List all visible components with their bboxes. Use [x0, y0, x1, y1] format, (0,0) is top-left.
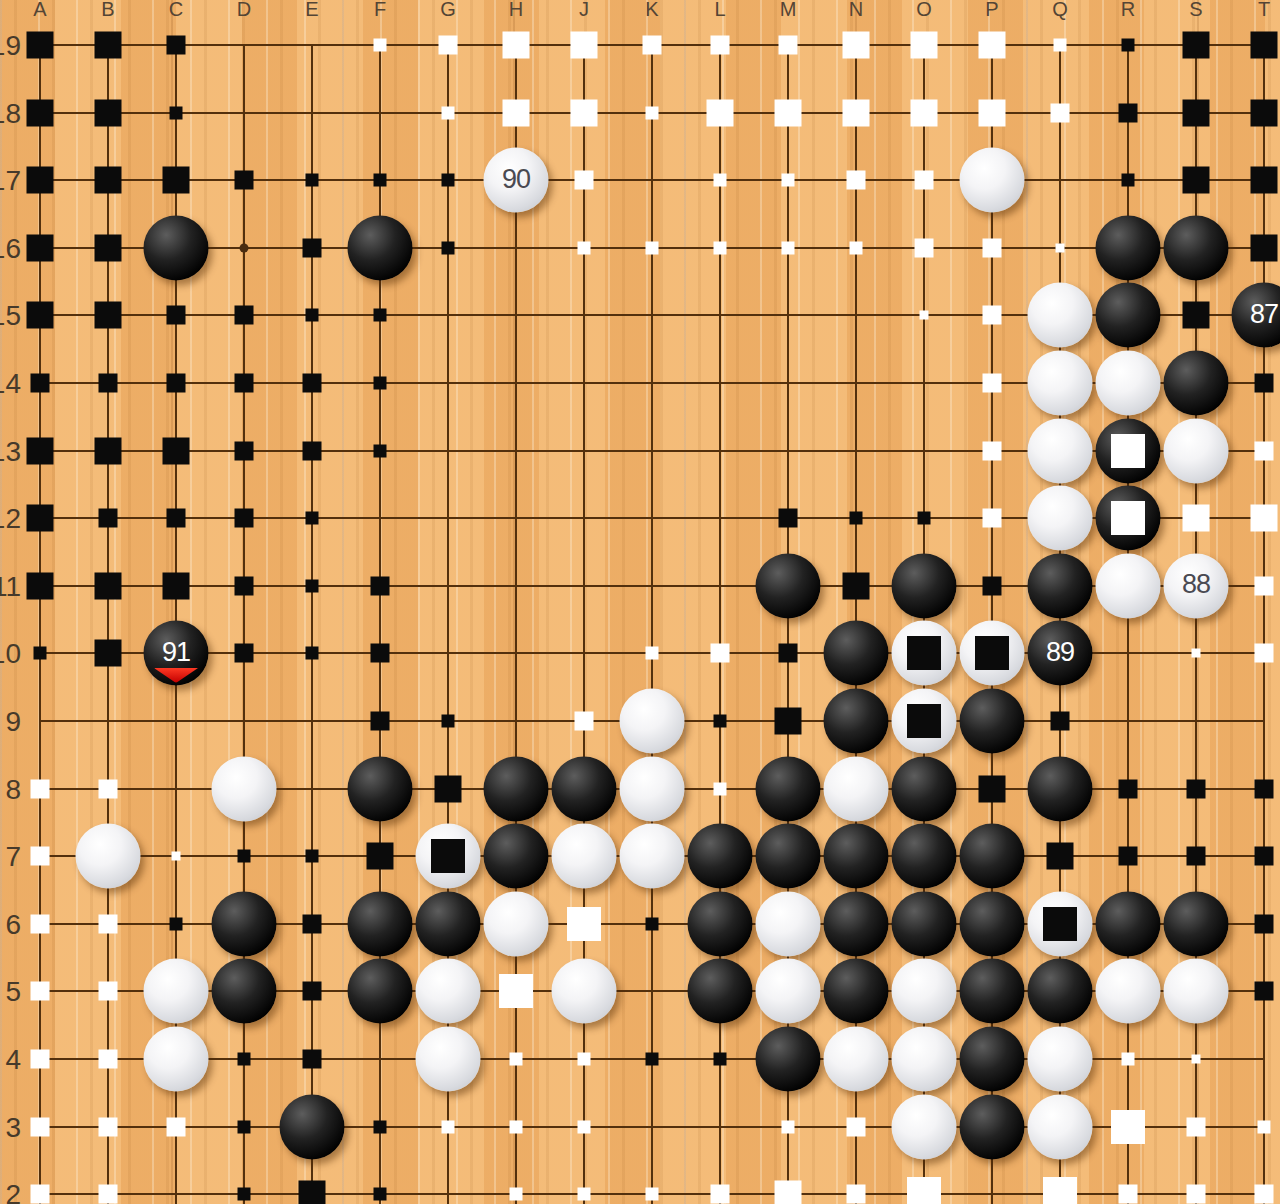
grid-line-vertical: [719, 44, 721, 1204]
territory-marker: [847, 1117, 866, 1136]
territory-marker: [303, 982, 322, 1001]
territory-marker: [303, 238, 322, 257]
stone-black: 89: [1028, 621, 1093, 686]
territory-marker: [920, 311, 929, 320]
territory-marker: [779, 509, 798, 528]
territory-marker: [918, 512, 931, 525]
stone-white: [756, 959, 821, 1024]
territory-marker: [1122, 1053, 1135, 1066]
row-label: 4: [0, 1044, 21, 1076]
stone-black: 91: [144, 621, 209, 686]
territory-marker: [235, 171, 254, 190]
territory-marker: [374, 39, 387, 52]
dead-stone-marker: [1111, 434, 1145, 468]
stone-white: [1028, 351, 1093, 416]
territory-marker: [578, 1120, 591, 1133]
dead-stone-marker: [1111, 501, 1145, 535]
territory-marker: [979, 99, 1006, 126]
stone-white: [144, 959, 209, 1024]
stone-white: [620, 689, 685, 754]
row-label: 13: [0, 436, 21, 468]
territory-marker: [847, 171, 866, 190]
row-label: 17: [0, 165, 21, 197]
territory-marker: [95, 167, 122, 194]
territory-marker: [31, 1117, 50, 1136]
territory-marker: [847, 1185, 866, 1204]
territory-marker: [374, 444, 387, 457]
stone-white: [416, 1027, 481, 1092]
go-board[interactable]: ABCDEFGHJKLMNOPQRST191817161514131211109…: [0, 0, 1280, 1204]
territory-marker: [775, 1181, 802, 1204]
territory-marker: [31, 1185, 50, 1204]
stone-black: [960, 891, 1025, 956]
territory-marker: [99, 374, 118, 393]
stone-black: [824, 824, 889, 889]
column-label: L: [700, 0, 740, 21]
column-label: A: [20, 0, 60, 21]
territory-marker: [34, 647, 47, 660]
territory-marker: [646, 917, 659, 930]
stone-white: [1028, 1094, 1093, 1159]
stone-white: [960, 148, 1025, 213]
stone-white: [892, 1027, 957, 1092]
territory-marker: [782, 1120, 795, 1133]
territory-marker: [646, 1053, 659, 1066]
territory-marker: [1255, 1185, 1274, 1204]
territory-marker: [779, 36, 798, 55]
stone-black: [280, 1094, 345, 1159]
territory-marker: [27, 32, 54, 59]
territory-marker: [95, 302, 122, 329]
dead-stone-marker: [499, 974, 533, 1008]
territory-marker: [983, 509, 1002, 528]
territory-marker: [646, 647, 659, 660]
stone-black: [824, 621, 889, 686]
stone-black: [824, 959, 889, 1024]
stone-black: [892, 891, 957, 956]
territory-marker: [1255, 441, 1274, 460]
territory-marker: [1183, 302, 1210, 329]
territory-marker: [1056, 243, 1065, 252]
column-label: B: [88, 0, 128, 21]
territory-marker: [99, 1050, 118, 1069]
territory-marker: [1187, 1185, 1206, 1204]
stone-black: [212, 959, 277, 1024]
territory-marker: [374, 1120, 387, 1133]
territory-marker: [782, 241, 795, 254]
territory-marker: [510, 1053, 523, 1066]
stone-black: [1028, 756, 1093, 821]
territory-marker: [374, 174, 387, 187]
territory-marker: [1187, 1117, 1206, 1136]
stone-white: [892, 1094, 957, 1159]
row-label: 8: [0, 774, 21, 806]
stone-black: [688, 824, 753, 889]
row-label: 5: [0, 976, 21, 1008]
column-label: N: [836, 0, 876, 21]
territory-marker: [1255, 644, 1274, 663]
dead-stone-marker: [907, 636, 941, 670]
territory-marker: [238, 1188, 251, 1201]
territory-marker: [911, 99, 938, 126]
territory-marker: [31, 779, 50, 798]
territory-marker: [374, 309, 387, 322]
territory-marker: [238, 850, 251, 863]
territory-marker: [235, 441, 254, 460]
stone-white: [144, 1027, 209, 1092]
stone-white: [416, 959, 481, 1024]
territory-marker: [27, 437, 54, 464]
territory-marker: [99, 779, 118, 798]
territory-marker: [1258, 1120, 1271, 1133]
stone-white: [620, 756, 685, 821]
territory-marker: [1251, 505, 1278, 532]
territory-marker: [439, 36, 458, 55]
territory-marker: [306, 850, 319, 863]
territory-marker: [1119, 847, 1138, 866]
territory-marker: [1054, 39, 1067, 52]
grid-line-vertical: [39, 44, 41, 1204]
territory-marker: [238, 1053, 251, 1066]
territory-marker: [714, 715, 727, 728]
stone-black: [892, 553, 957, 618]
dead-stone-marker: [567, 907, 601, 941]
territory-marker: [99, 1117, 118, 1136]
stone-white: 88: [1164, 553, 1229, 618]
territory-marker: [1051, 712, 1070, 731]
stone-move-number: 90: [484, 163, 549, 194]
territory-marker: [306, 647, 319, 660]
territory-marker: [775, 99, 802, 126]
territory-marker: [170, 917, 183, 930]
stone-black: [960, 1094, 1025, 1159]
stone-move-number: 88: [1164, 569, 1229, 600]
territory-marker: [915, 171, 934, 190]
territory-marker: [371, 644, 390, 663]
territory-marker: [979, 32, 1006, 59]
territory-marker: [99, 914, 118, 933]
stone-white: [1164, 418, 1229, 483]
territory-marker: [170, 106, 183, 119]
grid-line-vertical: [311, 44, 313, 1204]
territory-marker: [95, 640, 122, 667]
column-label: F: [360, 0, 400, 21]
territory-marker: [843, 99, 870, 126]
territory-marker: [163, 167, 190, 194]
stone-black: [756, 756, 821, 821]
stone-black: [824, 891, 889, 956]
territory-marker: [843, 32, 870, 59]
territory-marker: [571, 32, 598, 59]
territory-marker: [979, 775, 1006, 802]
territory-marker: [1183, 99, 1210, 126]
column-label: S: [1176, 0, 1216, 21]
column-label: G: [428, 0, 468, 21]
territory-marker: [1183, 167, 1210, 194]
column-label: O: [904, 0, 944, 21]
stone-white: [1096, 553, 1161, 618]
stone-black: [1096, 891, 1161, 956]
row-label: 15: [0, 300, 21, 332]
column-label: T: [1244, 0, 1280, 21]
territory-marker: [371, 712, 390, 731]
stone-white: [484, 891, 549, 956]
stone-black: [756, 824, 821, 889]
territory-marker: [983, 238, 1002, 257]
stone-move-number: 87: [1232, 299, 1280, 330]
last-move-icon: [154, 668, 198, 683]
stone-black: [484, 824, 549, 889]
territory-marker: [442, 1120, 455, 1133]
territory-marker: [235, 576, 254, 595]
territory-marker: [442, 241, 455, 254]
column-label: K: [632, 0, 672, 21]
territory-marker: [1119, 103, 1138, 122]
territory-marker: [1187, 779, 1206, 798]
territory-marker: [915, 238, 934, 257]
stone-black: [348, 215, 413, 280]
column-label: C: [156, 0, 196, 21]
territory-marker: [1255, 847, 1274, 866]
territory-marker: [1122, 39, 1135, 52]
dead-stone-marker: [431, 839, 465, 873]
dead-stone-marker: [907, 704, 941, 738]
grid-line-vertical: [651, 44, 653, 1204]
territory-marker: [1255, 576, 1274, 595]
territory-marker: [235, 644, 254, 663]
stone-black: [1028, 553, 1093, 618]
stone-black: [960, 689, 1025, 754]
territory-marker: [303, 914, 322, 933]
stone-black: [348, 756, 413, 821]
territory-marker: [167, 509, 186, 528]
territory-marker: [306, 579, 319, 592]
column-label: M: [768, 0, 808, 21]
territory-marker: [374, 377, 387, 390]
column-label: R: [1108, 0, 1148, 21]
stone-white: [552, 824, 617, 889]
territory-marker: [578, 1053, 591, 1066]
row-label: 11: [0, 571, 21, 603]
territory-marker: [99, 1185, 118, 1204]
stone-black: [1164, 215, 1229, 280]
territory-marker: [299, 1181, 326, 1204]
territory-marker: [850, 512, 863, 525]
stone-white: [1028, 486, 1093, 551]
territory-marker: [503, 99, 530, 126]
territory-marker: [983, 374, 1002, 393]
stone-white: [620, 824, 685, 889]
territory-marker: [95, 437, 122, 464]
stone-black: [688, 891, 753, 956]
territory-marker: [31, 374, 50, 393]
territory-marker: [27, 572, 54, 599]
stone-white: [1028, 1027, 1093, 1092]
row-label: 14: [0, 368, 21, 400]
stone-black: [1028, 959, 1093, 1024]
grid-line-vertical: [1263, 44, 1265, 1204]
row-label: 6: [0, 909, 21, 941]
territory-marker: [578, 241, 591, 254]
territory-marker: [1119, 1185, 1138, 1204]
territory-marker: [235, 374, 254, 393]
stone-move-number: 91: [144, 637, 209, 668]
territory-marker: [714, 782, 727, 795]
stone-black: [892, 756, 957, 821]
territory-marker: [711, 36, 730, 55]
territory-marker: [1251, 32, 1278, 59]
territory-marker: [1047, 843, 1074, 870]
row-label: 18: [0, 98, 21, 130]
territory-marker: [442, 174, 455, 187]
territory-marker: [643, 36, 662, 55]
grid-line-horizontal: [39, 179, 1265, 181]
territory-marker: [99, 982, 118, 1001]
territory-marker: [510, 1120, 523, 1133]
territory-marker: [95, 572, 122, 599]
territory-marker: [1251, 167, 1278, 194]
stone-white: [756, 891, 821, 956]
dead-stone-marker: [975, 636, 1009, 670]
stone-black: [892, 824, 957, 889]
stone-black: [212, 891, 277, 956]
territory-marker: [367, 843, 394, 870]
grid-line-vertical: [107, 44, 109, 1204]
stone-white: [1028, 283, 1093, 348]
stone-white: [1096, 959, 1161, 1024]
territory-marker: [95, 99, 122, 126]
territory-marker: [238, 1120, 251, 1133]
territory-marker: [775, 708, 802, 735]
row-label: 9: [0, 706, 21, 738]
territory-marker: [167, 306, 186, 325]
dead-stone-marker: [1111, 1110, 1145, 1144]
territory-marker: [95, 234, 122, 261]
territory-marker: [1255, 914, 1274, 933]
stone-white: [1028, 418, 1093, 483]
territory-marker: [31, 982, 50, 1001]
territory-marker: [707, 99, 734, 126]
stone-white: [76, 824, 141, 889]
territory-marker: [31, 847, 50, 866]
column-label: Q: [1040, 0, 1080, 21]
territory-marker: [163, 572, 190, 599]
territory-marker: [31, 1050, 50, 1069]
territory-marker: [1051, 103, 1070, 122]
grid-line-vertical: [583, 44, 585, 1204]
stone-black: [552, 756, 617, 821]
territory-marker: [575, 171, 594, 190]
row-label: 10: [0, 638, 21, 670]
territory-marker: [782, 174, 795, 187]
territory-marker: [27, 167, 54, 194]
stone-white: [212, 756, 277, 821]
territory-marker: [235, 306, 254, 325]
territory-marker: [1183, 505, 1210, 532]
stone-black: [484, 756, 549, 821]
dead-stone-marker: [907, 1177, 941, 1204]
stone-black: [1164, 891, 1229, 956]
territory-marker: [303, 374, 322, 393]
dead-stone-marker: [1043, 907, 1077, 941]
territory-marker: [306, 512, 319, 525]
territory-marker: [95, 32, 122, 59]
territory-marker: [1187, 847, 1206, 866]
territory-marker: [714, 1053, 727, 1066]
stone-white: [892, 959, 957, 1024]
territory-marker: [843, 572, 870, 599]
territory-marker: [1192, 649, 1201, 658]
territory-marker: [303, 441, 322, 460]
territory-marker: [711, 1185, 730, 1204]
stone-black: [960, 1027, 1025, 1092]
territory-marker: [571, 99, 598, 126]
territory-marker: [503, 32, 530, 59]
row-label: 19: [0, 30, 21, 62]
territory-marker: [163, 437, 190, 464]
row-label: 16: [0, 233, 21, 265]
territory-marker: [983, 306, 1002, 325]
stone-black: 87: [1232, 283, 1280, 348]
stone-black: [1096, 215, 1161, 280]
territory-marker: [306, 174, 319, 187]
stone-black: [348, 959, 413, 1024]
territory-marker: [27, 302, 54, 329]
stone-black: [144, 215, 209, 280]
territory-marker: [27, 234, 54, 261]
column-label: J: [564, 0, 604, 21]
territory-marker: [442, 106, 455, 119]
territory-marker: [1255, 374, 1274, 393]
territory-marker: [983, 441, 1002, 460]
column-label: D: [224, 0, 264, 21]
territory-marker: [646, 1188, 659, 1201]
stone-black: [416, 891, 481, 956]
stone-black: [1096, 283, 1161, 348]
territory-marker: [99, 509, 118, 528]
territory-marker: [167, 1117, 186, 1136]
territory-marker: [27, 505, 54, 532]
dead-stone-marker: [1043, 1177, 1077, 1204]
stone-black: [756, 553, 821, 618]
territory-marker: [1122, 174, 1135, 187]
territory-marker: [646, 106, 659, 119]
territory-marker: [167, 36, 186, 55]
stone-white: [824, 1027, 889, 1092]
territory-marker: [167, 374, 186, 393]
stone-black: [960, 959, 1025, 1024]
territory-marker: [646, 241, 659, 254]
star-point-icon: [240, 243, 249, 252]
territory-marker: [1192, 1055, 1201, 1064]
territory-marker: [1255, 982, 1274, 1001]
territory-marker: [1255, 779, 1274, 798]
territory-marker: [714, 174, 727, 187]
territory-marker: [435, 775, 462, 802]
territory-marker: [1251, 99, 1278, 126]
territory-marker: [442, 715, 455, 728]
row-label: 3: [0, 1112, 21, 1144]
row-label: 7: [0, 841, 21, 873]
territory-marker: [911, 32, 938, 59]
territory-marker: [371, 576, 390, 595]
territory-marker: [27, 99, 54, 126]
stone-black: [756, 1027, 821, 1092]
territory-marker: [983, 576, 1002, 595]
stone-move-number: 89: [1028, 637, 1093, 668]
stone-black: [1164, 351, 1229, 416]
stone-black: [824, 689, 889, 754]
